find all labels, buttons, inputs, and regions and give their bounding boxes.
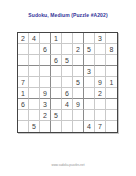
sudoku-cell-r9c3 bbox=[40, 121, 51, 132]
sudoku-cell-r2c4 bbox=[51, 44, 62, 55]
sudoku-cell-r8c1 bbox=[18, 110, 29, 121]
sudoku-cell-r6c9 bbox=[106, 88, 117, 99]
sudoku-cell-r3c5: 5 bbox=[62, 55, 73, 66]
sudoku-cell-r8c2 bbox=[29, 110, 40, 121]
sudoku-cell-r8c9 bbox=[106, 110, 117, 121]
sudoku-cell-r3c1 bbox=[18, 55, 29, 66]
sudoku-cell-r4c5 bbox=[62, 66, 73, 77]
sudoku-cell-r6c4 bbox=[51, 88, 62, 99]
sudoku-cell-r4c4 bbox=[51, 66, 62, 77]
sudoku-cell-r1c7 bbox=[84, 33, 95, 44]
sudoku-cell-r6c3: 9 bbox=[40, 88, 51, 99]
sudoku-cell-r5c8: 9 bbox=[95, 77, 106, 88]
sudoku-cell-r2c7: 5 bbox=[84, 44, 95, 55]
sudoku-cell-r2c5 bbox=[62, 44, 73, 55]
sudoku-cell-r7c8 bbox=[95, 99, 106, 110]
sudoku-cell-r5c5 bbox=[62, 77, 73, 88]
sudoku-cell-r2c9: 8 bbox=[106, 44, 117, 55]
footer-url: www.sudoku-puzzles.net bbox=[0, 163, 136, 167]
sudoku-cell-r5c3 bbox=[40, 77, 51, 88]
sudoku-cell-r8c3: 2 bbox=[40, 110, 51, 121]
sudoku-cell-r7c9 bbox=[106, 99, 117, 110]
sudoku-cell-r5c9: 1 bbox=[106, 77, 117, 88]
sudoku-cell-r6c6 bbox=[73, 88, 84, 99]
sudoku-cell-r1c6 bbox=[73, 33, 84, 44]
sudoku-cell-r9c4 bbox=[51, 121, 62, 132]
sudoku-cell-r9c8: 7 bbox=[95, 121, 106, 132]
sudoku-cell-r1c8: 3 bbox=[95, 33, 106, 44]
sudoku-cell-r1c9 bbox=[106, 33, 117, 44]
sudoku-cell-r8c8 bbox=[95, 110, 106, 121]
puzzle-title: Sudoku, Medium (Puzzle #A202) bbox=[0, 12, 136, 19]
sudoku-cell-r9c7: 4 bbox=[84, 121, 95, 132]
sudoku-cell-r9c6 bbox=[73, 121, 84, 132]
sudoku-cell-r8c4: 5 bbox=[51, 110, 62, 121]
sudoku-cell-r6c1: 1 bbox=[18, 88, 29, 99]
sudoku-cell-r3c6 bbox=[73, 55, 84, 66]
sudoku-cell-r4c3 bbox=[40, 66, 51, 77]
sudoku-cell-r1c1: 2 bbox=[18, 33, 29, 44]
sudoku-cell-r2c3: 6 bbox=[40, 44, 51, 55]
sudoku-cell-r7c7 bbox=[84, 99, 95, 110]
sudoku-cell-r3c9 bbox=[106, 55, 117, 66]
sudoku-cell-r7c6: 9 bbox=[73, 99, 84, 110]
sudoku-cell-r1c5 bbox=[62, 33, 73, 44]
sudoku-cell-r2c6: 2 bbox=[73, 44, 84, 55]
sudoku-cell-r1c3 bbox=[40, 33, 51, 44]
sudoku-cell-r3c7 bbox=[84, 55, 95, 66]
sudoku-cell-r7c3: 3 bbox=[40, 99, 51, 110]
sudoku-cell-r4c2 bbox=[29, 66, 40, 77]
sudoku-cell-r9c5 bbox=[62, 121, 73, 132]
sudoku-cell-r5c4 bbox=[51, 77, 62, 88]
sudoku-cell-r3c3 bbox=[40, 55, 51, 66]
sudoku-cell-r6c2 bbox=[29, 88, 40, 99]
sudoku-cell-r9c1 bbox=[18, 121, 29, 132]
sudoku-cell-r3c8 bbox=[95, 55, 106, 66]
sudoku-cell-r2c1 bbox=[18, 44, 29, 55]
sudoku-cell-r9c2: 5 bbox=[29, 121, 40, 132]
sudoku-cell-r6c8: 2 bbox=[95, 88, 106, 99]
sudoku-cell-r4c8 bbox=[95, 66, 106, 77]
sudoku-cell-r2c8 bbox=[95, 44, 106, 55]
sudoku-cell-r4c9 bbox=[106, 66, 117, 77]
sudoku-cell-r5c1: 7 bbox=[18, 77, 29, 88]
sudoku-cell-r5c7 bbox=[84, 77, 95, 88]
sudoku-board: 2413625865375911962634925547 bbox=[17, 32, 118, 133]
sudoku-cell-r5c2 bbox=[29, 77, 40, 88]
sudoku-cell-r1c4: 1 bbox=[51, 33, 62, 44]
sudoku-cell-r1c2: 4 bbox=[29, 33, 40, 44]
sudoku-cell-r4c7: 3 bbox=[84, 66, 95, 77]
sudoku-cell-r7c5: 4 bbox=[62, 99, 73, 110]
sudoku-cell-r3c2 bbox=[29, 55, 40, 66]
page: Sudoku, Medium (Puzzle #A202) 2413625865… bbox=[0, 0, 136, 176]
sudoku-cell-r4c1 bbox=[18, 66, 29, 77]
sudoku-cell-r8c5 bbox=[62, 110, 73, 121]
sudoku-cell-r3c4: 6 bbox=[51, 55, 62, 66]
sudoku-cell-r8c7 bbox=[84, 110, 95, 121]
sudoku-cell-r2c2 bbox=[29, 44, 40, 55]
sudoku-cell-r5c6: 5 bbox=[73, 77, 84, 88]
sudoku-cell-r7c2 bbox=[29, 99, 40, 110]
sudoku-cell-r9c9 bbox=[106, 121, 117, 132]
sudoku-cell-r6c5: 6 bbox=[62, 88, 73, 99]
sudoku-cell-r7c4 bbox=[51, 99, 62, 110]
sudoku-cell-r4c6 bbox=[73, 66, 84, 77]
sudoku-cell-r7c1: 6 bbox=[18, 99, 29, 110]
sudoku-cell-r6c7 bbox=[84, 88, 95, 99]
sudoku-cell-r8c6 bbox=[73, 110, 84, 121]
